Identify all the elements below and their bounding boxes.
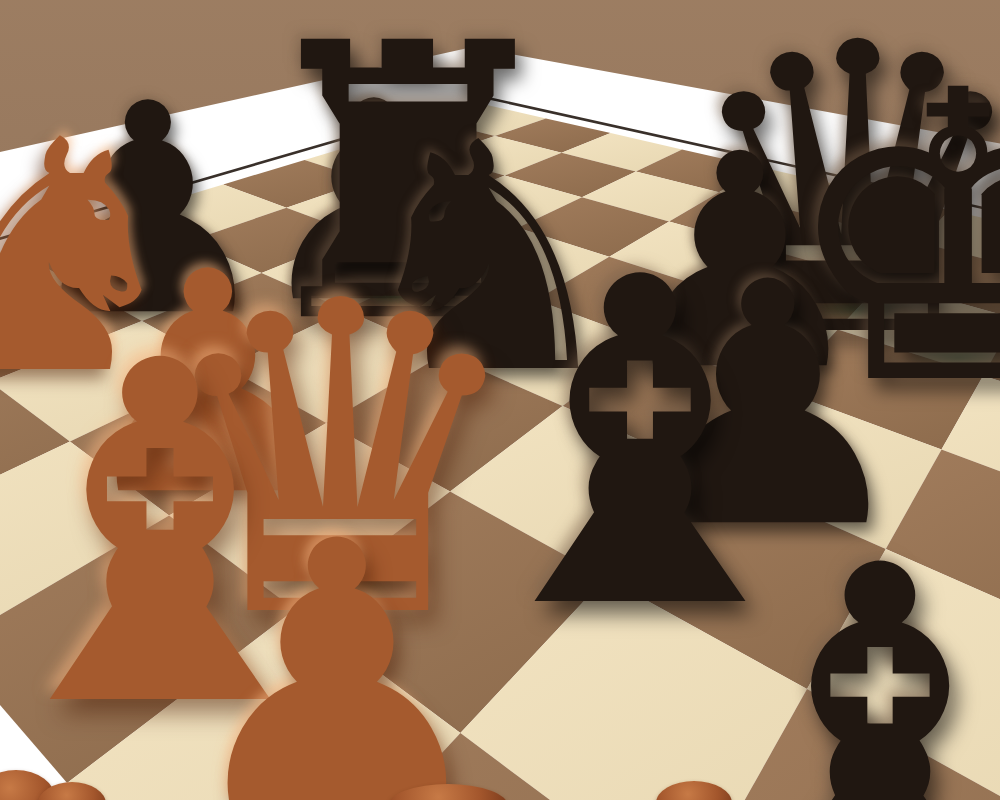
chess-photo-scene: ♟♟♜♛♞♞♟♚♟♟♝♛♝♟♝ [0,0,1000,800]
chess-board [0,0,1000,800]
